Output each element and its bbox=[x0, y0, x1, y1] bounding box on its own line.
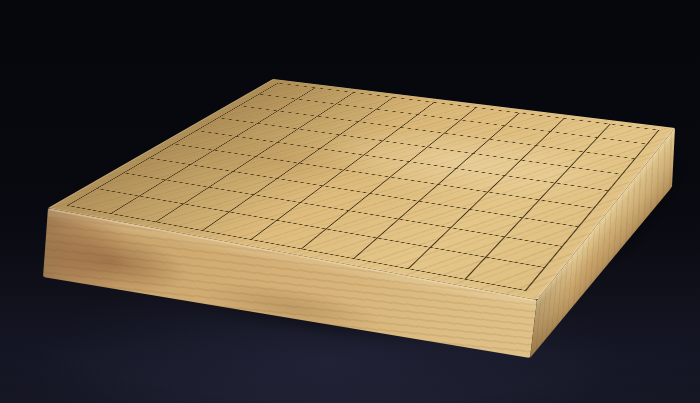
photo-stage bbox=[0, 0, 700, 403]
